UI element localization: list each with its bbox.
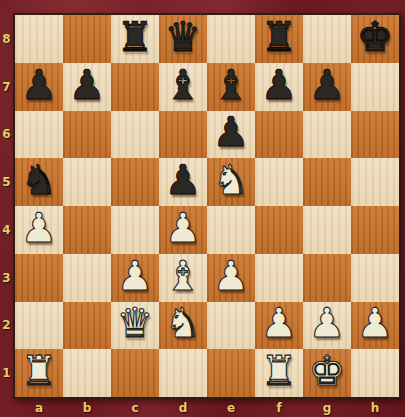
square-d5[interactable]: ♟ <box>159 158 207 206</box>
white-king-piece: ♚ <box>309 351 346 395</box>
chess-app: 87654321 ♜♛♜♚♟♟♝♝♟♟♟♞♟♞♟♟♟♝♟♛♞♟♟♟♜♜♚ abc… <box>0 0 405 417</box>
square-c5[interactable] <box>111 158 159 206</box>
rank-label-3: 3 <box>0 254 13 302</box>
black-pawn-piece: ♟ <box>213 112 250 156</box>
rank-label-6: 6 <box>0 111 13 159</box>
white-pawn-piece: ♟ <box>213 256 250 300</box>
white-rook-piece: ♜ <box>21 351 58 395</box>
square-f2[interactable]: ♟ <box>255 302 303 350</box>
white-pawn-piece: ♟ <box>165 208 202 252</box>
square-a2[interactable] <box>15 302 63 350</box>
square-g6[interactable] <box>303 111 351 159</box>
square-g4[interactable] <box>303 206 351 254</box>
file-label-f: f <box>255 399 303 416</box>
square-f4[interactable] <box>255 206 303 254</box>
square-c1[interactable] <box>111 349 159 397</box>
square-f3[interactable] <box>255 254 303 302</box>
square-d3[interactable]: ♝ <box>159 254 207 302</box>
square-a6[interactable] <box>15 111 63 159</box>
rank-label-1: 1 <box>0 349 13 397</box>
square-b2[interactable] <box>63 302 111 350</box>
square-a8[interactable] <box>15 15 63 63</box>
square-e8[interactable] <box>207 15 255 63</box>
square-d2[interactable]: ♞ <box>159 302 207 350</box>
square-a7[interactable]: ♟ <box>15 63 63 111</box>
square-f6[interactable] <box>255 111 303 159</box>
square-h7[interactable] <box>351 63 399 111</box>
black-bishop-piece: ♝ <box>213 65 250 109</box>
square-d6[interactable] <box>159 111 207 159</box>
rank-labels: 87654321 <box>0 15 13 397</box>
square-d7[interactable]: ♝ <box>159 63 207 111</box>
square-g5[interactable] <box>303 158 351 206</box>
file-label-c: c <box>111 399 159 416</box>
square-f1[interactable]: ♜ <box>255 349 303 397</box>
chess-board: ♜♛♜♚♟♟♝♝♟♟♟♞♟♞♟♟♟♝♟♛♞♟♟♟♜♜♚ <box>13 13 401 399</box>
square-e7[interactable]: ♝ <box>207 63 255 111</box>
rank-label-5: 5 <box>0 158 13 206</box>
white-knight-piece: ♞ <box>213 160 250 204</box>
black-rook-piece: ♜ <box>117 17 154 61</box>
square-h5[interactable] <box>351 158 399 206</box>
square-h3[interactable] <box>351 254 399 302</box>
square-c7[interactable] <box>111 63 159 111</box>
white-pawn-piece: ♟ <box>261 303 298 347</box>
white-pawn-piece: ♟ <box>357 303 394 347</box>
square-f5[interactable] <box>255 158 303 206</box>
black-pawn-piece: ♟ <box>69 65 106 109</box>
square-a5[interactable]: ♞ <box>15 158 63 206</box>
black-rook-piece: ♜ <box>261 17 298 61</box>
square-a4[interactable]: ♟ <box>15 206 63 254</box>
black-knight-piece: ♞ <box>21 160 58 204</box>
square-c6[interactable] <box>111 111 159 159</box>
square-b1[interactable] <box>63 349 111 397</box>
rank-label-7: 7 <box>0 63 13 111</box>
white-queen-piece: ♛ <box>117 303 154 347</box>
black-king-piece: ♚ <box>357 17 394 61</box>
file-label-a: a <box>15 399 63 416</box>
black-pawn-piece: ♟ <box>165 160 202 204</box>
rank-label-8: 8 <box>0 15 13 63</box>
square-b6[interactable] <box>63 111 111 159</box>
square-c2[interactable]: ♛ <box>111 302 159 350</box>
square-b5[interactable] <box>63 158 111 206</box>
black-bishop-piece: ♝ <box>165 65 202 109</box>
square-d4[interactable]: ♟ <box>159 206 207 254</box>
white-pawn-piece: ♟ <box>117 256 154 300</box>
white-rook-piece: ♜ <box>261 351 298 395</box>
white-bishop-piece: ♝ <box>165 256 202 300</box>
file-label-g: g <box>303 399 351 416</box>
square-b4[interactable] <box>63 206 111 254</box>
square-d1[interactable] <box>159 349 207 397</box>
white-pawn-piece: ♟ <box>21 208 58 252</box>
square-b8[interactable] <box>63 15 111 63</box>
square-a1[interactable]: ♜ <box>15 349 63 397</box>
file-label-d: d <box>159 399 207 416</box>
rank-label-4: 4 <box>0 206 13 254</box>
square-h1[interactable] <box>351 349 399 397</box>
black-pawn-piece: ♟ <box>261 65 298 109</box>
black-pawn-piece: ♟ <box>21 65 58 109</box>
square-e1[interactable] <box>207 349 255 397</box>
square-c8[interactable]: ♜ <box>111 15 159 63</box>
square-e4[interactable] <box>207 206 255 254</box>
file-label-b: b <box>63 399 111 416</box>
square-c3[interactable]: ♟ <box>111 254 159 302</box>
file-label-h: h <box>351 399 399 416</box>
square-b3[interactable] <box>63 254 111 302</box>
square-d8[interactable]: ♛ <box>159 15 207 63</box>
white-pawn-piece: ♟ <box>309 303 346 347</box>
square-g1[interactable]: ♚ <box>303 349 351 397</box>
square-g7[interactable]: ♟ <box>303 63 351 111</box>
square-c4[interactable] <box>111 206 159 254</box>
file-labels: abcdefgh <box>15 399 399 416</box>
white-knight-piece: ♞ <box>165 303 202 347</box>
square-g2[interactable]: ♟ <box>303 302 351 350</box>
file-label-e: e <box>207 399 255 416</box>
square-e6[interactable]: ♟ <box>207 111 255 159</box>
square-e2[interactable] <box>207 302 255 350</box>
square-f8[interactable]: ♜ <box>255 15 303 63</box>
square-b7[interactable]: ♟ <box>63 63 111 111</box>
square-a3[interactable] <box>15 254 63 302</box>
black-pawn-piece: ♟ <box>309 65 346 109</box>
rank-label-2: 2 <box>0 302 13 350</box>
square-f7[interactable]: ♟ <box>255 63 303 111</box>
square-e5[interactable]: ♞ <box>207 158 255 206</box>
square-h4[interactable] <box>351 206 399 254</box>
square-e3[interactable]: ♟ <box>207 254 255 302</box>
square-h2[interactable]: ♟ <box>351 302 399 350</box>
square-h6[interactable] <box>351 111 399 159</box>
square-g8[interactable] <box>303 15 351 63</box>
black-queen-piece: ♛ <box>165 17 202 61</box>
square-h8[interactable]: ♚ <box>351 15 399 63</box>
square-g3[interactable] <box>303 254 351 302</box>
